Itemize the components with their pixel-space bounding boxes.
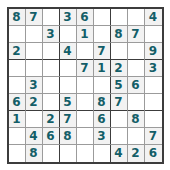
cell-r8c2[interactable]: 4 <box>26 128 43 145</box>
cell-r6c5[interactable] <box>77 94 94 112</box>
cell-r2c8[interactable]: 7 <box>128 26 145 43</box>
cell-r4c1[interactable] <box>9 60 26 77</box>
cell-r9c3[interactable] <box>43 145 61 162</box>
cell-r8c1[interactable] <box>9 128 26 145</box>
cell-r2c3[interactable]: 3 <box>43 26 61 43</box>
cell-r1c1[interactable]: 8 <box>9 9 26 26</box>
cell-r5c1[interactable] <box>9 77 26 94</box>
cell-r6c2[interactable]: 2 <box>26 94 43 112</box>
sudoku-board: 873643187247971233566258712768468378426 <box>7 7 164 164</box>
cell-r4c7[interactable]: 2 <box>111 60 128 77</box>
cell-r2c6[interactable] <box>94 26 112 43</box>
cell-r5c4[interactable] <box>60 77 77 94</box>
cell-r2c9[interactable] <box>145 26 162 43</box>
cell-r3c8[interactable] <box>128 43 145 61</box>
cell-r7c3[interactable]: 2 <box>43 111 61 128</box>
cell-r8c5[interactable] <box>77 128 94 145</box>
cell-r6c3[interactable] <box>43 94 61 112</box>
cell-r1c5[interactable]: 6 <box>77 9 94 26</box>
cell-r4c8[interactable] <box>128 60 145 77</box>
cell-r6c6[interactable]: 8 <box>94 94 112 112</box>
cell-r9c4[interactable] <box>60 145 77 162</box>
cell-r2c1[interactable] <box>9 26 26 43</box>
cell-r6c1[interactable]: 6 <box>9 94 26 112</box>
cell-r7c4[interactable]: 7 <box>60 111 77 128</box>
cell-r6c7[interactable]: 7 <box>111 94 128 112</box>
cell-r4c6[interactable]: 1 <box>94 60 112 77</box>
cell-r7c2[interactable] <box>26 111 43 128</box>
cell-r7c8[interactable]: 8 <box>128 111 145 128</box>
cell-r6c8[interactable] <box>128 94 145 112</box>
cell-r5c6[interactable] <box>94 77 112 94</box>
cell-r3c1[interactable]: 2 <box>9 43 26 61</box>
cell-r2c2[interactable] <box>26 26 43 43</box>
cell-r9c9[interactable]: 6 <box>145 145 162 162</box>
cell-r3c5[interactable] <box>77 43 94 61</box>
cell-r6c4[interactable]: 5 <box>60 94 77 112</box>
cell-r5c3[interactable] <box>43 77 61 94</box>
cell-r9c1[interactable] <box>9 145 26 162</box>
cell-r4c9[interactable]: 3 <box>145 60 162 77</box>
cell-r3c7[interactable] <box>111 43 128 61</box>
cell-r7c9[interactable] <box>145 111 162 128</box>
cell-r1c3[interactable] <box>43 9 61 26</box>
cell-r1c7[interactable] <box>111 9 128 26</box>
cell-r9c5[interactable] <box>77 145 94 162</box>
cell-r3c9[interactable]: 9 <box>145 43 162 61</box>
cell-r1c8[interactable] <box>128 9 145 26</box>
cell-r4c3[interactable] <box>43 60 61 77</box>
cell-r1c6[interactable] <box>94 9 112 26</box>
cell-r8c6[interactable]: 3 <box>94 128 112 145</box>
cell-r7c6[interactable]: 6 <box>94 111 112 128</box>
cell-r8c8[interactable] <box>128 128 145 145</box>
cell-r1c2[interactable]: 7 <box>26 9 43 26</box>
cell-r3c6[interactable]: 7 <box>94 43 112 61</box>
cell-r3c2[interactable] <box>26 43 43 61</box>
cell-r3c4[interactable]: 4 <box>60 43 77 61</box>
cell-r1c4[interactable]: 3 <box>60 9 77 26</box>
cell-r5c8[interactable]: 6 <box>128 77 145 94</box>
cell-r2c5[interactable]: 1 <box>77 26 94 43</box>
cell-r8c9[interactable]: 7 <box>145 128 162 145</box>
cell-r9c7[interactable]: 4 <box>111 145 128 162</box>
cell-r8c7[interactable] <box>111 128 128 145</box>
cell-r2c7[interactable]: 8 <box>111 26 128 43</box>
cell-r8c4[interactable]: 8 <box>60 128 77 145</box>
sudoku-page: 873643187247971233566258712768468378426 <box>0 0 170 170</box>
cell-r5c2[interactable]: 3 <box>26 77 43 94</box>
cell-r7c1[interactable]: 1 <box>9 111 26 128</box>
cell-r7c7[interactable] <box>111 111 128 128</box>
cell-r6c9[interactable] <box>145 94 162 112</box>
cell-r4c4[interactable] <box>60 60 77 77</box>
cell-r2c4[interactable] <box>60 26 77 43</box>
cell-r5c7[interactable]: 5 <box>111 77 128 94</box>
cell-r4c2[interactable] <box>26 60 43 77</box>
cell-r7c5[interactable] <box>77 111 94 128</box>
cell-r1c9[interactable]: 4 <box>145 9 162 26</box>
cell-r9c2[interactable]: 8 <box>26 145 43 162</box>
cell-r9c8[interactable]: 2 <box>128 145 145 162</box>
cell-r8c3[interactable]: 6 <box>43 128 61 145</box>
cell-r3c3[interactable] <box>43 43 61 61</box>
cell-r5c9[interactable] <box>145 77 162 94</box>
cell-r9c6[interactable] <box>94 145 112 162</box>
cell-r5c5[interactable] <box>77 77 94 94</box>
cell-r4c5[interactable]: 7 <box>77 60 94 77</box>
